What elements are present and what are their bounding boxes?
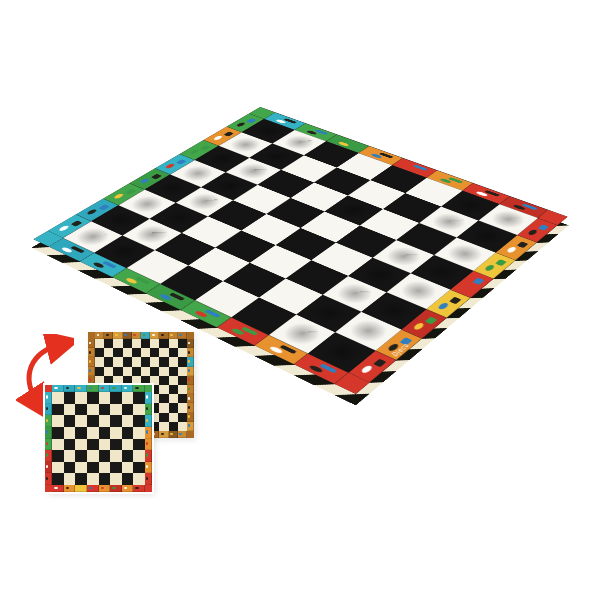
border-tile xyxy=(104,332,113,339)
cell-r1c5 xyxy=(99,392,111,404)
tile-illustration-mark xyxy=(92,262,106,269)
border-tile xyxy=(178,332,187,339)
tile-illustration-mark xyxy=(101,487,104,489)
cell-r5c3 xyxy=(113,376,122,385)
cell-r6c7 xyxy=(122,450,134,462)
cell-r8c2 xyxy=(64,473,76,485)
tile-illustration-mark xyxy=(89,487,92,489)
cell-r2c1 xyxy=(52,404,64,416)
border-tile xyxy=(187,376,194,385)
cell-r3c8 xyxy=(159,357,168,366)
border-tile xyxy=(133,485,145,492)
tile-illustration-mark xyxy=(89,342,91,345)
cell-r5c1 xyxy=(52,439,64,451)
cell-r8c8 xyxy=(133,473,145,485)
tile-illustration-mark xyxy=(101,387,104,389)
cell-r1c9 xyxy=(169,339,178,348)
tile-illustration-mark xyxy=(495,259,507,266)
tile-illustration-mark xyxy=(46,407,48,410)
cell-r7c3 xyxy=(75,462,87,474)
tile-illustration-mark xyxy=(146,395,148,398)
cell-r7c4 xyxy=(87,462,99,474)
border-tile xyxy=(122,485,134,492)
cell-r1c5 xyxy=(132,339,141,348)
tile-illustration-mark xyxy=(188,369,190,372)
tile-illustration-mark xyxy=(66,487,69,489)
piece-glyph: ♜ xyxy=(289,297,394,358)
piece-glyph: ♟ xyxy=(308,170,398,215)
tile-illustration-mark xyxy=(188,342,190,345)
cell-r6c4 xyxy=(87,450,99,462)
border-corner-tile xyxy=(145,385,152,392)
tile-illustration-mark xyxy=(230,327,246,335)
border-tile xyxy=(52,385,64,392)
tile-illustration-mark xyxy=(97,334,100,336)
cell-r7c10 xyxy=(178,394,187,403)
border-tile xyxy=(169,332,178,339)
border-tile xyxy=(87,385,99,392)
tile-illustration-mark xyxy=(188,415,190,418)
border-tile xyxy=(45,473,52,485)
tile-illustration-mark xyxy=(46,477,48,480)
cell-r4c4 xyxy=(123,367,132,376)
border-tile xyxy=(133,385,145,392)
tile-illustration-mark xyxy=(46,442,48,445)
tile-illustration-mark xyxy=(89,351,91,354)
border-tile xyxy=(187,385,194,394)
border-tile xyxy=(110,485,122,492)
border-tile xyxy=(52,485,64,492)
tile-illustration-mark xyxy=(89,378,91,381)
border-tile xyxy=(45,450,52,462)
cell-r4c7 xyxy=(122,427,134,439)
tile-illustration-mark xyxy=(54,387,57,389)
cell-r8c6 xyxy=(110,473,122,485)
border-tile xyxy=(141,332,150,339)
tile-illustration-mark xyxy=(538,224,550,230)
cell-r7c7 xyxy=(122,462,134,474)
tile-illustration-mark xyxy=(146,477,148,480)
tile-illustration-mark xyxy=(46,395,48,398)
cell-r3c9 xyxy=(169,357,178,366)
tile-illustration-mark xyxy=(146,430,148,433)
tile-illustration-mark xyxy=(152,334,155,336)
tile-illustration-mark xyxy=(188,424,190,427)
cell-r9c9 xyxy=(169,413,178,422)
cell-r6c3 xyxy=(75,450,87,462)
border-tile xyxy=(64,385,76,392)
tile-illustration-mark xyxy=(135,487,138,489)
cell-r3c3 xyxy=(113,357,122,366)
cell-r3c2 xyxy=(64,415,76,427)
cell-r2c1 xyxy=(95,348,104,357)
cell-r5c8 xyxy=(133,439,145,451)
cell-r4c3 xyxy=(113,367,122,376)
border-tile xyxy=(45,392,52,404)
border-tile xyxy=(45,427,52,439)
tile-illustration-mark xyxy=(146,465,148,468)
tile-illustration-mark xyxy=(399,337,412,345)
border-tile xyxy=(87,485,99,492)
border-tile xyxy=(145,439,152,451)
border-tile xyxy=(187,339,194,348)
cell-r8c1 xyxy=(52,473,64,485)
cell-r6c10 xyxy=(178,385,187,394)
cell-r4c1 xyxy=(95,367,104,376)
border-corner-tile xyxy=(45,385,52,392)
cell-r5c7 xyxy=(122,439,134,451)
cell-r7c8 xyxy=(159,394,168,403)
cell-r3c3 xyxy=(75,415,87,427)
cell-r7c2 xyxy=(64,462,76,474)
tile-illustration-mark xyxy=(161,433,164,435)
cell-r5c2 xyxy=(64,439,76,451)
tile-illustration-mark xyxy=(46,430,48,433)
tile-illustration-mark xyxy=(472,278,484,285)
tile-illustration-mark xyxy=(106,334,109,336)
tile-illustration-mark xyxy=(268,346,284,355)
cell-r5c6 xyxy=(141,376,150,385)
cell-r8c10 xyxy=(178,403,187,412)
cell-r4c1 xyxy=(52,427,64,439)
tile-illustration-mark xyxy=(135,387,138,389)
border-tile xyxy=(187,367,194,376)
border-tile xyxy=(95,332,104,339)
tile-illustration-mark xyxy=(124,277,138,285)
tile-illustration-mark xyxy=(359,365,373,375)
tile-illustration-mark xyxy=(161,334,164,336)
cell-r4c2 xyxy=(104,367,113,376)
cell-r6c8 xyxy=(133,450,145,462)
cell-r4c8 xyxy=(133,427,145,439)
tile-illustration-mark xyxy=(517,242,529,249)
cell-r6c8 xyxy=(159,385,168,394)
border-strip xyxy=(145,392,152,485)
chess-grid xyxy=(52,392,145,485)
border-tile xyxy=(169,431,178,438)
border-tile xyxy=(99,485,111,492)
cell-r8c3 xyxy=(75,473,87,485)
border-tile xyxy=(75,385,87,392)
cell-r2c8 xyxy=(133,404,145,416)
cell-r1c7 xyxy=(150,339,159,348)
tile-illustration-mark xyxy=(124,334,127,336)
cell-r2c7 xyxy=(150,348,159,357)
cell-r2c9 xyxy=(169,348,178,357)
border-tile xyxy=(45,439,52,451)
border-tile xyxy=(145,427,152,439)
cell-r1c3 xyxy=(113,339,122,348)
tile-illustration-mark xyxy=(66,387,69,389)
cell-r10c8 xyxy=(159,422,168,431)
border-tile xyxy=(187,348,194,357)
cell-r2c8 xyxy=(159,348,168,357)
border-tile xyxy=(99,385,111,392)
border-tile xyxy=(145,404,152,416)
border-tile xyxy=(178,431,187,438)
border-tile xyxy=(187,357,194,366)
border-tile xyxy=(187,413,194,422)
cell-r2c4 xyxy=(87,404,99,416)
cell-r5c4 xyxy=(123,376,132,385)
cell-r5c2 xyxy=(104,376,113,385)
cell-r3c1 xyxy=(95,357,104,366)
tile-illustration-mark xyxy=(449,297,462,304)
tile-illustration-mark xyxy=(89,387,92,389)
tile-illustration-mark xyxy=(188,378,190,381)
cell-r4c4 xyxy=(87,427,99,439)
cell-r2c2 xyxy=(104,348,113,357)
cell-r5c5 xyxy=(132,376,141,385)
border-tile xyxy=(75,485,87,492)
border-tile xyxy=(159,332,168,339)
cell-r2c5 xyxy=(99,404,111,416)
tile-illustration-mark xyxy=(60,246,74,253)
cell-r1c4 xyxy=(87,392,99,404)
border-tile xyxy=(113,332,122,339)
cell-r1c4 xyxy=(123,339,132,348)
cell-r4c5 xyxy=(132,367,141,376)
tile-illustration-mark xyxy=(179,334,182,336)
border-corner-tile xyxy=(45,485,52,492)
cell-r2c4 xyxy=(123,348,132,357)
tile-illustration-mark xyxy=(146,407,148,410)
border-corner-tile xyxy=(187,431,194,438)
tile-illustration-mark xyxy=(188,360,190,363)
tile-illustration-mark xyxy=(112,487,115,489)
tile-illustration-mark xyxy=(89,369,91,372)
cell-r5c8 xyxy=(159,376,168,385)
border-tile xyxy=(88,357,95,366)
tile-illustration-mark xyxy=(133,334,136,336)
cell-r5c9 xyxy=(169,376,178,385)
border-tile xyxy=(45,462,52,474)
piece-glyph: ♟ xyxy=(77,210,170,257)
cell-r7c9 xyxy=(169,394,178,403)
border-corner-tile xyxy=(145,485,152,492)
cell-r2c7 xyxy=(122,404,134,416)
cell-r4c9 xyxy=(169,367,178,376)
cell-r3c4 xyxy=(87,415,99,427)
cell-r5c4 xyxy=(87,439,99,451)
border-tile xyxy=(145,462,152,474)
tile-illustration-mark xyxy=(188,351,190,354)
cell-r3c6 xyxy=(110,415,122,427)
tile-illustration-mark xyxy=(188,397,190,400)
cell-r6c1 xyxy=(52,450,64,462)
cell-r4c3 xyxy=(75,427,87,439)
border-tile xyxy=(110,385,122,392)
tile-illustration-mark xyxy=(170,334,173,336)
tile-illustration-mark xyxy=(77,487,80,489)
cell-r1c1 xyxy=(95,339,104,348)
cell-r1c8 xyxy=(159,339,168,348)
border-tile xyxy=(88,367,95,376)
border-tile xyxy=(187,422,194,431)
cell-r3c8 xyxy=(133,415,145,427)
tile-illustration-mark xyxy=(46,465,48,468)
tile-illustration-mark xyxy=(115,334,118,336)
cell-r7c6 xyxy=(110,462,122,474)
tile-illustration-mark xyxy=(46,453,48,456)
cell-r2c6 xyxy=(110,404,122,416)
cell-r3c7 xyxy=(150,357,159,366)
border-tile xyxy=(159,431,168,438)
cell-r2c3 xyxy=(75,404,87,416)
cell-r3c4 xyxy=(123,357,132,366)
border-strip xyxy=(45,392,52,485)
cell-r8c7 xyxy=(122,473,134,485)
border-strip xyxy=(95,332,187,339)
cell-r10c9 xyxy=(169,422,178,431)
tile-illustration-mark xyxy=(188,406,190,409)
border-tile xyxy=(122,385,134,392)
cell-r1c2 xyxy=(104,339,113,348)
cell-r3c10 xyxy=(178,357,187,366)
cell-r2c2 xyxy=(64,404,76,416)
tile-illustration-mark xyxy=(112,387,115,389)
tile-illustration-mark xyxy=(77,387,80,389)
cell-r3c6 xyxy=(141,357,150,366)
tile-illustration-mark xyxy=(158,293,173,301)
tile-illustration-mark xyxy=(308,364,324,373)
cell-r3c5 xyxy=(132,357,141,366)
cell-r2c3 xyxy=(113,348,122,357)
cell-r1c3 xyxy=(75,392,87,404)
cell-r4c5 xyxy=(99,427,111,439)
cell-r7c1 xyxy=(52,462,64,474)
cell-r1c7 xyxy=(122,392,134,404)
cell-r1c2 xyxy=(64,392,76,404)
cell-r2c5 xyxy=(132,348,141,357)
border-tile xyxy=(132,332,141,339)
cell-r5c3 xyxy=(75,439,87,451)
product-photo: Djeco♜♞♝♛♚♝♞♜♟♟♟♟♟♟♟♟♟♟♟♟♟♟♟♟♜♞♝♛♚♝♞♜ xyxy=(0,0,600,600)
tile-illustration-mark xyxy=(54,487,57,489)
cell-r8c9 xyxy=(169,403,178,412)
tile-illustration-mark xyxy=(146,419,148,422)
border-tile xyxy=(145,450,152,462)
tile-illustration-mark xyxy=(143,334,146,336)
cell-r2c10 xyxy=(178,348,187,357)
border-tile xyxy=(45,415,52,427)
border-tile xyxy=(45,404,52,416)
cell-r6c2 xyxy=(64,450,76,462)
cell-r1c10 xyxy=(178,339,187,348)
border-tile xyxy=(88,376,95,385)
cell-r4c10 xyxy=(178,367,187,376)
tile-illustration-mark xyxy=(425,317,438,325)
cell-r4c2 xyxy=(64,427,76,439)
cell-r1c1 xyxy=(52,392,64,404)
cell-r5c10 xyxy=(178,376,187,385)
border-tile xyxy=(187,403,194,412)
cell-r7c5 xyxy=(99,462,111,474)
tile-illustration-mark xyxy=(179,433,182,435)
cell-r5c7 xyxy=(150,376,159,385)
tile-illustration-mark xyxy=(135,276,150,284)
border-tile xyxy=(88,348,95,357)
chess-board-front-side xyxy=(45,385,152,492)
tile-illustration-mark xyxy=(124,387,127,389)
cell-r10c10 xyxy=(178,422,187,431)
cell-r6c5 xyxy=(99,450,111,462)
tile-illustration-mark xyxy=(188,388,190,391)
tile-illustration-mark xyxy=(170,433,173,435)
cell-r3c2 xyxy=(104,357,113,366)
cell-r8c4 xyxy=(87,473,99,485)
cell-r3c1 xyxy=(52,415,64,427)
cell-r9c10 xyxy=(178,413,187,422)
cell-r6c9 xyxy=(169,385,178,394)
border-tile xyxy=(64,485,76,492)
cell-r3c7 xyxy=(122,415,134,427)
border-tile xyxy=(187,394,194,403)
border-tile xyxy=(150,332,159,339)
cell-r8c8 xyxy=(159,403,168,412)
cell-r7c8 xyxy=(133,462,145,474)
tile-illustration-mark xyxy=(146,453,148,456)
cell-r4c6 xyxy=(141,367,150,376)
tile-illustration-mark xyxy=(89,360,91,363)
border-tile xyxy=(145,392,152,404)
cell-r5c6 xyxy=(110,439,122,451)
border-tile xyxy=(123,332,132,339)
border-strip xyxy=(52,485,145,492)
tile-illustration-mark xyxy=(46,419,48,422)
cell-r4c7 xyxy=(150,367,159,376)
cell-r4c8 xyxy=(159,367,168,376)
cell-r5c5 xyxy=(99,439,111,451)
cell-r8c5 xyxy=(99,473,111,485)
tile-illustration-mark xyxy=(124,487,127,489)
border-strip xyxy=(52,385,145,392)
cell-r2c6 xyxy=(141,348,150,357)
cell-r1c8 xyxy=(133,392,145,404)
border-corner-tile xyxy=(187,332,194,339)
cell-r1c6 xyxy=(110,392,122,404)
cell-r9c8 xyxy=(159,413,168,422)
tile-illustration-mark xyxy=(373,359,386,367)
cell-r5c1 xyxy=(95,376,104,385)
border-corner-tile xyxy=(88,332,95,339)
border-tile xyxy=(145,415,152,427)
tile-illustration-mark xyxy=(152,433,155,435)
border-tile xyxy=(88,339,95,348)
cell-r1c6 xyxy=(141,339,150,348)
tile-illustration-mark xyxy=(194,310,209,318)
border-strip xyxy=(187,339,194,431)
border-tile xyxy=(145,473,152,485)
cell-r6c6 xyxy=(110,450,122,462)
cell-r4c6 xyxy=(110,427,122,439)
tile-illustration-mark xyxy=(146,442,148,445)
cell-r3c5 xyxy=(99,415,111,427)
